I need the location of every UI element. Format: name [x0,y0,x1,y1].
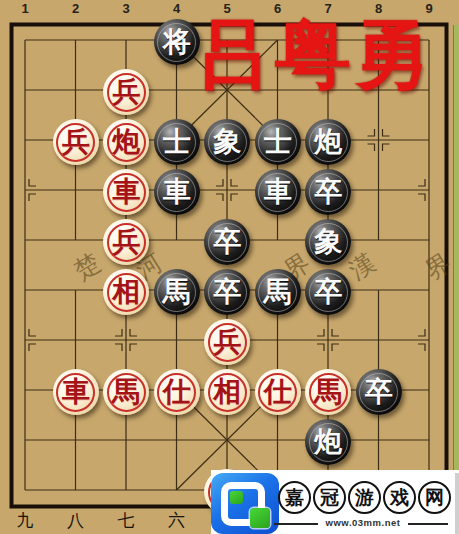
piece-glyph: 士 [264,128,292,156]
site-name-char: 游 [355,488,374,507]
piece-black-soldier[interactable]: 卒 [204,219,250,265]
piece-black-advisor[interactable]: 士 [154,119,200,165]
piece-black-advisor[interactable]: 士 [255,119,301,165]
piece-glyph: 相 [213,378,241,406]
piece-red-elephant[interactable]: 相 [204,369,250,415]
piece-black-horse[interactable]: 馬 [154,269,200,315]
right-edge-strip [453,25,459,473]
piece-black-soldier[interactable]: 卒 [204,269,250,315]
piece-glyph: 仕 [264,378,292,406]
url-divider-right [408,523,448,525]
piece-black-elephant[interactable]: 象 [204,119,250,165]
piece-glyph: 象 [213,128,241,156]
site-name-circle: 嘉 [278,481,311,514]
piece-glyph: 兵 [112,78,140,106]
piece-glyph: 炮 [314,428,342,456]
piece-glyph: 卒 [314,178,342,206]
piece-black-elephant[interactable]: 象 [305,219,351,265]
site-name-char: 嘉 [285,488,304,507]
piece-glyph: 車 [264,178,292,206]
piece-glyph: 炮 [314,128,342,156]
right-edge-strip-bottom [455,473,459,534]
file-label-top-1: 1 [15,1,35,16]
piece-glyph: 相 [112,278,140,306]
piece-red-horse[interactable]: 馬 [103,369,149,415]
piece-red-advisor[interactable]: 仕 [154,369,200,415]
site-logo-icon [211,473,279,534]
xiangqi-app-screen: 123456789 九八七六 楚河界漢界 将兵兵炮士象士炮車車車卒兵卒象相馬卒馬… [0,0,459,534]
piece-black-general[interactable]: 将 [154,19,200,65]
piece-glyph: 卒 [213,278,241,306]
piece-red-cannon[interactable]: 炮 [103,119,149,165]
piece-black-horse[interactable]: 馬 [255,269,301,315]
piece-red-elephant[interactable]: 相 [103,269,149,315]
piece-glyph: 兵 [112,228,140,256]
piece-glyph: 卒 [365,378,393,406]
piece-glyph: 炮 [112,128,140,156]
logo-green-square2-icon [250,508,270,528]
piece-red-horse[interactable]: 馬 [305,369,351,415]
piece-black-soldier[interactable]: 卒 [305,169,351,215]
piece-red-soldier[interactable]: 兵 [103,69,149,115]
piece-red-chariot[interactable]: 車 [53,369,99,415]
piece-glyph: 車 [112,178,140,206]
url-divider-left [274,523,318,525]
piece-red-soldier[interactable]: 兵 [204,319,250,365]
site-name-circle: 游 [348,481,381,514]
site-name-char: 网 [425,488,444,507]
site-name-circle: 网 [418,481,451,514]
piece-black-soldier[interactable]: 卒 [305,269,351,315]
piece-black-chariot[interactable]: 車 [154,169,200,215]
piece-glyph: 卒 [314,278,342,306]
piece-glyph: 馬 [112,378,140,406]
piece-glyph: 車 [62,378,90,406]
piece-glyph: 仕 [163,378,191,406]
piece-red-advisor[interactable]: 仕 [255,369,301,415]
file-label-top-2: 2 [66,1,86,16]
piece-red-soldier[interactable]: 兵 [53,119,99,165]
piece-black-chariot[interactable]: 車 [255,169,301,215]
piece-glyph: 馬 [264,278,292,306]
piece-glyph: 士 [163,128,191,156]
piece-glyph: 兵 [213,328,241,356]
piece-glyph: 兵 [62,128,90,156]
piece-glyph: 馬 [314,378,342,406]
site-name-char: 戏 [390,488,409,507]
piece-glyph: 馬 [163,278,191,306]
piece-black-cannon[interactable]: 炮 [305,119,351,165]
piece-red-chariot[interactable]: 車 [103,169,149,215]
piece-red-soldier[interactable]: 兵 [103,219,149,265]
piece-glyph: 象 [314,228,342,256]
logo-green-square-icon [230,491,243,504]
piece-black-cannon[interactable]: 炮 [305,419,351,465]
player-name-watermark: 吕粤勇 [196,16,433,92]
piece-black-soldier[interactable]: 卒 [356,369,402,415]
file-label-top-3: 3 [116,1,136,16]
file-label-top-4: 4 [167,1,187,16]
piece-glyph: 卒 [213,228,241,256]
site-name-char: 冠 [320,488,339,507]
site-url: www.03mm.net [318,517,408,528]
site-name: 嘉冠游戏网 [278,481,453,514]
piece-glyph: 車 [163,178,191,206]
piece-glyph: 将 [163,28,191,56]
site-name-circle: 冠 [313,481,346,514]
site-name-circle: 戏 [383,481,416,514]
